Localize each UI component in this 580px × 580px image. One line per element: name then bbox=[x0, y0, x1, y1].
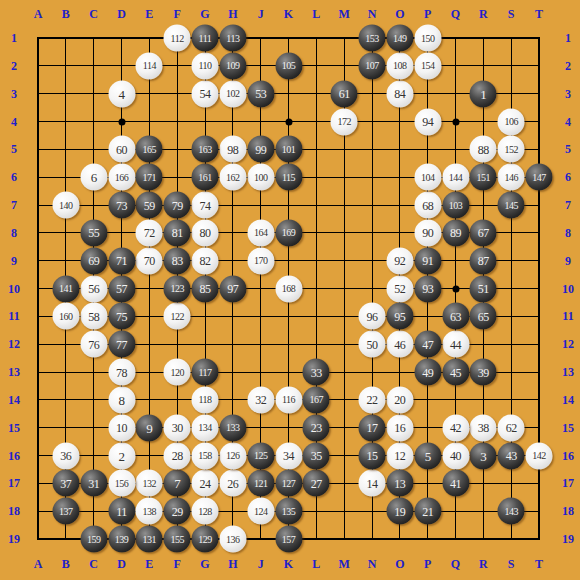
stone-N17-move-14[interactable]: 14 bbox=[359, 470, 386, 497]
stone-D14-move-8[interactable]: 8 bbox=[108, 386, 135, 413]
stone-G10-move-85[interactable]: 85 bbox=[192, 275, 219, 302]
stone-G18-move-128[interactable]: 128 bbox=[192, 498, 219, 525]
stone-G13-move-117[interactable]: 117 bbox=[192, 359, 219, 386]
move-number: 13 bbox=[394, 477, 405, 489]
stone-S6-move-146[interactable]: 146 bbox=[498, 164, 525, 191]
stone-L17-move-27[interactable]: 27 bbox=[303, 470, 330, 497]
stone-E2-move-114[interactable]: 114 bbox=[136, 52, 163, 79]
move-number: 45 bbox=[450, 366, 461, 378]
move-number: 166 bbox=[115, 172, 129, 182]
move-number: 9 bbox=[146, 421, 152, 434]
stone-G7-move-74[interactable]: 74 bbox=[192, 192, 219, 219]
stone-P8-move-90[interactable]: 90 bbox=[414, 219, 441, 246]
stone-E19-move-131[interactable]: 131 bbox=[136, 526, 163, 553]
move-number: 114 bbox=[143, 61, 156, 71]
row-label-left-3: 3 bbox=[11, 86, 17, 101]
move-number: 40 bbox=[450, 450, 461, 462]
stone-P4-move-94[interactable]: 94 bbox=[414, 108, 441, 135]
move-number: 35 bbox=[311, 450, 322, 462]
row-label-left-1: 1 bbox=[11, 31, 17, 46]
col-label-top-L: L bbox=[312, 7, 320, 22]
col-label-bottom-D: D bbox=[117, 557, 126, 572]
move-number: 127 bbox=[282, 478, 296, 488]
row-label-right-17: 17 bbox=[562, 476, 574, 491]
row-label-left-13: 13 bbox=[8, 365, 20, 380]
star-point-D4 bbox=[118, 118, 125, 125]
stone-P10-move-93[interactable]: 93 bbox=[414, 275, 441, 302]
move-number: 110 bbox=[198, 61, 211, 71]
move-number: 23 bbox=[311, 422, 322, 434]
stone-R15-move-38[interactable]: 38 bbox=[470, 414, 497, 441]
stone-G5-move-163[interactable]: 163 bbox=[192, 136, 219, 163]
move-number: 52 bbox=[394, 283, 405, 295]
row-label-left-10: 10 bbox=[8, 281, 20, 296]
move-number: 144 bbox=[449, 172, 463, 182]
move-number: 83 bbox=[172, 255, 183, 267]
stone-F10-move-123[interactable]: 123 bbox=[164, 275, 191, 302]
row-label-right-6: 6 bbox=[565, 170, 571, 185]
stone-P12-move-47[interactable]: 47 bbox=[414, 331, 441, 358]
stone-B7-move-140[interactable]: 140 bbox=[52, 192, 79, 219]
col-label-top-N: N bbox=[368, 7, 377, 22]
move-number: 143 bbox=[504, 506, 518, 516]
move-number: 84 bbox=[394, 88, 405, 100]
move-number: 24 bbox=[200, 477, 211, 489]
stone-D13-move-78[interactable]: 78 bbox=[108, 359, 135, 386]
move-number: 136 bbox=[226, 534, 240, 544]
col-label-top-G: G bbox=[200, 7, 209, 22]
col-label-bottom-L: L bbox=[312, 557, 320, 572]
stone-L15-move-23[interactable]: 23 bbox=[303, 414, 330, 441]
move-number: 90 bbox=[422, 227, 433, 239]
stone-K8-move-169[interactable]: 169 bbox=[275, 219, 302, 246]
stone-F19-move-155[interactable]: 155 bbox=[164, 526, 191, 553]
row-label-left-16: 16 bbox=[8, 448, 20, 463]
row-label-left-11: 11 bbox=[8, 309, 19, 324]
move-number: 27 bbox=[311, 477, 322, 489]
stone-F17-move-7[interactable]: 7 bbox=[164, 470, 191, 497]
stone-H2-move-109[interactable]: 109 bbox=[219, 52, 246, 79]
stone-F13-move-120[interactable]: 120 bbox=[164, 359, 191, 386]
star-point-Q10 bbox=[452, 285, 459, 292]
stone-E6-move-171[interactable]: 171 bbox=[136, 164, 163, 191]
stone-O12-move-46[interactable]: 46 bbox=[386, 331, 413, 358]
move-number: 100 bbox=[254, 172, 268, 182]
stone-D12-move-77[interactable]: 77 bbox=[108, 331, 135, 358]
row-label-right-9: 9 bbox=[565, 253, 571, 268]
stone-L16-move-35[interactable]: 35 bbox=[303, 442, 330, 469]
move-number: 89 bbox=[450, 227, 461, 239]
stone-J6-move-100[interactable]: 100 bbox=[247, 164, 274, 191]
stone-K17-move-127[interactable]: 127 bbox=[275, 470, 302, 497]
stone-S16-move-43[interactable]: 43 bbox=[498, 442, 525, 469]
move-number: 57 bbox=[116, 283, 127, 295]
move-number: 168 bbox=[282, 284, 296, 294]
stone-P13-move-49[interactable]: 49 bbox=[414, 359, 441, 386]
stone-P7-move-68[interactable]: 68 bbox=[414, 192, 441, 219]
stone-N16-move-15[interactable]: 15 bbox=[359, 442, 386, 469]
move-number: 55 bbox=[88, 227, 99, 239]
stone-H16-move-126[interactable]: 126 bbox=[219, 442, 246, 469]
stone-R8-move-67[interactable]: 67 bbox=[470, 219, 497, 246]
stone-D7-move-73[interactable]: 73 bbox=[108, 192, 135, 219]
stone-C11-move-58[interactable]: 58 bbox=[80, 303, 107, 330]
stone-D15-move-10[interactable]: 10 bbox=[108, 414, 135, 441]
stone-F16-move-28[interactable]: 28 bbox=[164, 442, 191, 469]
row-label-right-19: 19 bbox=[562, 532, 574, 547]
move-number: 113 bbox=[226, 33, 239, 43]
stone-K19-move-157[interactable]: 157 bbox=[275, 526, 302, 553]
stone-P16-move-5[interactable]: 5 bbox=[414, 442, 441, 469]
stone-O15-move-16[interactable]: 16 bbox=[386, 414, 413, 441]
move-number: 38 bbox=[478, 422, 489, 434]
stone-C12-move-76[interactable]: 76 bbox=[80, 331, 107, 358]
stone-J8-move-164[interactable]: 164 bbox=[247, 219, 274, 246]
move-number: 31 bbox=[88, 477, 99, 489]
stone-G3-move-54[interactable]: 54 bbox=[192, 80, 219, 107]
stone-D19-move-139[interactable]: 139 bbox=[108, 526, 135, 553]
stone-B10-move-141[interactable]: 141 bbox=[52, 275, 79, 302]
stone-D18-move-11[interactable]: 11 bbox=[108, 498, 135, 525]
col-label-top-C: C bbox=[89, 7, 98, 22]
stone-C8-move-55[interactable]: 55 bbox=[80, 219, 107, 246]
col-label-top-D: D bbox=[117, 7, 126, 22]
move-number: 103 bbox=[449, 200, 463, 210]
move-number: 115 bbox=[282, 172, 295, 182]
move-number: 2 bbox=[119, 449, 125, 462]
stone-M4-move-172[interactable]: 172 bbox=[331, 108, 358, 135]
stone-F8-move-81[interactable]: 81 bbox=[164, 219, 191, 246]
move-number: 151 bbox=[477, 172, 491, 182]
stone-R13-move-39[interactable]: 39 bbox=[470, 359, 497, 386]
stone-B11-move-160[interactable]: 160 bbox=[52, 303, 79, 330]
col-label-top-F: F bbox=[173, 7, 180, 22]
stone-Q17-move-41[interactable]: 41 bbox=[442, 470, 469, 497]
col-label-top-S: S bbox=[508, 7, 515, 22]
stone-Q12-move-44[interactable]: 44 bbox=[442, 331, 469, 358]
stone-F1-move-112[interactable]: 112 bbox=[164, 25, 191, 52]
row-label-right-3: 3 bbox=[565, 86, 571, 101]
stone-H6-move-162[interactable]: 162 bbox=[219, 164, 246, 191]
move-number: 37 bbox=[60, 477, 71, 489]
stone-D6-move-166[interactable]: 166 bbox=[108, 164, 135, 191]
move-number: 137 bbox=[59, 506, 73, 516]
move-number: 69 bbox=[88, 255, 99, 267]
move-number: 36 bbox=[60, 450, 71, 462]
col-label-top-Q: Q bbox=[451, 7, 460, 22]
move-number: 98 bbox=[227, 143, 238, 155]
stone-E7-move-59[interactable]: 59 bbox=[136, 192, 163, 219]
stone-R10-move-51[interactable]: 51 bbox=[470, 275, 497, 302]
col-label-top-R: R bbox=[479, 7, 488, 22]
move-number: 140 bbox=[59, 200, 73, 210]
stone-B17-move-37[interactable]: 37 bbox=[52, 470, 79, 497]
move-number: 72 bbox=[144, 227, 155, 239]
stone-O1-move-149[interactable]: 149 bbox=[386, 25, 413, 52]
move-number: 128 bbox=[198, 506, 212, 516]
stone-S4-move-106[interactable]: 106 bbox=[498, 108, 525, 135]
stone-F18-move-29[interactable]: 29 bbox=[164, 498, 191, 525]
stone-S15-move-62[interactable]: 62 bbox=[498, 414, 525, 441]
stone-H3-move-102[interactable]: 102 bbox=[219, 80, 246, 107]
move-number: 75 bbox=[116, 310, 127, 322]
stone-N2-move-107[interactable]: 107 bbox=[359, 52, 386, 79]
stone-E18-move-138[interactable]: 138 bbox=[136, 498, 163, 525]
move-number: 139 bbox=[115, 534, 129, 544]
move-number: 68 bbox=[422, 199, 433, 211]
move-number: 170 bbox=[254, 256, 268, 266]
stone-N12-move-50[interactable]: 50 bbox=[359, 331, 386, 358]
stone-C9-move-69[interactable]: 69 bbox=[80, 247, 107, 274]
stone-E8-move-72[interactable]: 72 bbox=[136, 219, 163, 246]
stone-T16-move-142[interactable]: 142 bbox=[526, 442, 553, 469]
col-label-bottom-E: E bbox=[145, 557, 153, 572]
move-number: 10 bbox=[116, 422, 127, 434]
stone-C19-move-159[interactable]: 159 bbox=[80, 526, 107, 553]
move-number: 87 bbox=[478, 255, 489, 267]
move-number: 161 bbox=[198, 172, 212, 182]
stone-O9-move-92[interactable]: 92 bbox=[386, 247, 413, 274]
move-number: 96 bbox=[367, 310, 378, 322]
stone-G19-move-129[interactable]: 129 bbox=[192, 526, 219, 553]
stone-O2-move-108[interactable]: 108 bbox=[386, 52, 413, 79]
move-number: 8 bbox=[119, 393, 125, 406]
stone-G14-move-118[interactable]: 118 bbox=[192, 386, 219, 413]
stone-D10-move-57[interactable]: 57 bbox=[108, 275, 135, 302]
stone-G1-move-111[interactable]: 111 bbox=[192, 25, 219, 52]
row-label-right-1: 1 bbox=[565, 31, 571, 46]
move-number: 67 bbox=[478, 227, 489, 239]
col-label-bottom-S: S bbox=[508, 557, 515, 572]
stone-J3-move-53[interactable]: 53 bbox=[247, 80, 274, 107]
stone-K2-move-105[interactable]: 105 bbox=[275, 52, 302, 79]
col-label-bottom-B: B bbox=[62, 557, 70, 572]
stone-T6-move-147[interactable]: 147 bbox=[526, 164, 553, 191]
stone-H5-move-98[interactable]: 98 bbox=[219, 136, 246, 163]
stone-R6-move-151[interactable]: 151 bbox=[470, 164, 497, 191]
go-board[interactable]: AABBCCDDEEFFGGHHJJKKLLMMNNOOPPQQRRSSTT11… bbox=[0, 0, 580, 580]
stone-K6-move-115[interactable]: 115 bbox=[275, 164, 302, 191]
col-label-bottom-Q: Q bbox=[451, 557, 460, 572]
move-number: 26 bbox=[227, 477, 238, 489]
stone-C17-move-31[interactable]: 31 bbox=[80, 470, 107, 497]
stone-Q7-move-103[interactable]: 103 bbox=[442, 192, 469, 219]
move-number: 60 bbox=[116, 143, 127, 155]
move-number: 49 bbox=[422, 366, 433, 378]
stone-F11-move-122[interactable]: 122 bbox=[164, 303, 191, 330]
row-label-left-5: 5 bbox=[11, 142, 17, 157]
move-number: 155 bbox=[170, 534, 184, 544]
stone-L13-move-33[interactable]: 33 bbox=[303, 359, 330, 386]
stone-H10-move-97[interactable]: 97 bbox=[219, 275, 246, 302]
stone-R3-move-1[interactable]: 1 bbox=[470, 80, 497, 107]
stone-N11-move-96[interactable]: 96 bbox=[359, 303, 386, 330]
move-number: 116 bbox=[282, 395, 295, 405]
stone-N15-move-17[interactable]: 17 bbox=[359, 414, 386, 441]
stone-F15-move-30[interactable]: 30 bbox=[164, 414, 191, 441]
row-label-left-12: 12 bbox=[8, 337, 20, 352]
col-label-top-P: P bbox=[424, 7, 431, 22]
move-number: 171 bbox=[143, 172, 157, 182]
stone-D9-move-71[interactable]: 71 bbox=[108, 247, 135, 274]
move-number: 101 bbox=[282, 144, 296, 154]
move-number: 97 bbox=[227, 283, 238, 295]
stone-J18-move-124[interactable]: 124 bbox=[247, 498, 274, 525]
move-number: 44 bbox=[450, 338, 461, 350]
stone-P9-move-91[interactable]: 91 bbox=[414, 247, 441, 274]
stone-E9-move-70[interactable]: 70 bbox=[136, 247, 163, 274]
move-number: 121 bbox=[254, 478, 268, 488]
stone-D11-move-75[interactable]: 75 bbox=[108, 303, 135, 330]
move-number: 76 bbox=[88, 338, 99, 350]
stone-H15-move-133[interactable]: 133 bbox=[219, 414, 246, 441]
move-number: 30 bbox=[172, 422, 183, 434]
stone-D16-move-2[interactable]: 2 bbox=[108, 442, 135, 469]
stone-Q15-move-42[interactable]: 42 bbox=[442, 414, 469, 441]
stone-K5-move-101[interactable]: 101 bbox=[275, 136, 302, 163]
stone-R16-move-3[interactable]: 3 bbox=[470, 442, 497, 469]
move-number: 29 bbox=[172, 505, 183, 517]
stone-K14-move-116[interactable]: 116 bbox=[275, 386, 302, 413]
stone-Q13-move-45[interactable]: 45 bbox=[442, 359, 469, 386]
stone-R11-move-65[interactable]: 65 bbox=[470, 303, 497, 330]
stone-G9-move-82[interactable]: 82 bbox=[192, 247, 219, 274]
col-label-bottom-P: P bbox=[424, 557, 431, 572]
stone-S18-move-143[interactable]: 143 bbox=[498, 498, 525, 525]
row-label-left-9: 9 bbox=[11, 253, 17, 268]
stone-O17-move-13[interactable]: 13 bbox=[386, 470, 413, 497]
move-number: 132 bbox=[143, 478, 157, 488]
stone-H1-move-113[interactable]: 113 bbox=[219, 25, 246, 52]
move-number: 50 bbox=[367, 338, 378, 350]
stone-G6-move-161[interactable]: 161 bbox=[192, 164, 219, 191]
col-label-top-A: A bbox=[34, 7, 43, 22]
move-number: 95 bbox=[394, 310, 405, 322]
stone-K10-move-168[interactable]: 168 bbox=[275, 275, 302, 302]
stone-N1-move-153[interactable]: 153 bbox=[359, 25, 386, 52]
stone-E5-move-165[interactable]: 165 bbox=[136, 136, 163, 163]
stone-M3-move-61[interactable]: 61 bbox=[331, 80, 358, 107]
move-number: 34 bbox=[283, 450, 294, 462]
stone-O3-move-84[interactable]: 84 bbox=[386, 80, 413, 107]
stone-S5-move-152[interactable]: 152 bbox=[498, 136, 525, 163]
move-number: 63 bbox=[450, 310, 461, 322]
move-number: 16 bbox=[394, 422, 405, 434]
move-number: 80 bbox=[200, 227, 211, 239]
stone-N14-move-22[interactable]: 22 bbox=[359, 386, 386, 413]
move-number: 33 bbox=[311, 366, 322, 378]
stone-D5-move-60[interactable]: 60 bbox=[108, 136, 135, 163]
move-number: 19 bbox=[394, 505, 405, 517]
stone-K18-move-135[interactable]: 135 bbox=[275, 498, 302, 525]
stone-O14-move-20[interactable]: 20 bbox=[386, 386, 413, 413]
move-number: 39 bbox=[478, 366, 489, 378]
stone-Q8-move-89[interactable]: 89 bbox=[442, 219, 469, 246]
stone-S7-move-145[interactable]: 145 bbox=[498, 192, 525, 219]
stone-D17-move-156[interactable]: 156 bbox=[108, 470, 135, 497]
move-number: 120 bbox=[170, 367, 184, 377]
row-label-left-19: 19 bbox=[8, 532, 20, 547]
stone-L14-move-167[interactable]: 167 bbox=[303, 386, 330, 413]
stone-P6-move-104[interactable]: 104 bbox=[414, 164, 441, 191]
col-label-top-O: O bbox=[395, 7, 404, 22]
stone-O11-move-95[interactable]: 95 bbox=[386, 303, 413, 330]
col-label-top-M: M bbox=[338, 7, 349, 22]
move-number: 47 bbox=[422, 338, 433, 350]
stone-H19-move-136[interactable]: 136 bbox=[219, 526, 246, 553]
stone-P1-move-150[interactable]: 150 bbox=[414, 25, 441, 52]
stone-P2-move-154[interactable]: 154 bbox=[414, 52, 441, 79]
stone-O18-move-19[interactable]: 19 bbox=[386, 498, 413, 525]
stone-G16-move-158[interactable]: 158 bbox=[192, 442, 219, 469]
star-point-K4 bbox=[285, 118, 292, 125]
move-number: 163 bbox=[198, 144, 212, 154]
move-number: 105 bbox=[282, 61, 296, 71]
move-number: 53 bbox=[255, 88, 266, 100]
row-label-left-18: 18 bbox=[8, 504, 20, 519]
stone-Q11-move-63[interactable]: 63 bbox=[442, 303, 469, 330]
stone-G17-move-24[interactable]: 24 bbox=[192, 470, 219, 497]
stone-Q6-move-144[interactable]: 144 bbox=[442, 164, 469, 191]
stone-O16-move-12[interactable]: 12 bbox=[386, 442, 413, 469]
move-number: 164 bbox=[254, 228, 268, 238]
stone-J17-move-121[interactable]: 121 bbox=[247, 470, 274, 497]
stone-F7-move-79[interactable]: 79 bbox=[164, 192, 191, 219]
stone-G2-move-110[interactable]: 110 bbox=[192, 52, 219, 79]
stone-K16-move-34[interactable]: 34 bbox=[275, 442, 302, 469]
stone-R5-move-88[interactable]: 88 bbox=[470, 136, 497, 163]
stone-F9-move-83[interactable]: 83 bbox=[164, 247, 191, 274]
stone-J9-move-170[interactable]: 170 bbox=[247, 247, 274, 274]
move-number: 79 bbox=[172, 199, 183, 211]
move-number: 141 bbox=[59, 284, 73, 294]
stone-B18-move-137[interactable]: 137 bbox=[52, 498, 79, 525]
move-number: 81 bbox=[172, 227, 183, 239]
move-number: 157 bbox=[282, 534, 296, 544]
move-number: 17 bbox=[367, 422, 378, 434]
stone-J16-move-125[interactable]: 125 bbox=[247, 442, 274, 469]
row-label-right-4: 4 bbox=[565, 114, 571, 129]
stone-G15-move-134[interactable]: 134 bbox=[192, 414, 219, 441]
stone-H17-move-26[interactable]: 26 bbox=[219, 470, 246, 497]
stone-E15-move-9[interactable]: 9 bbox=[136, 414, 163, 441]
col-label-bottom-A: A bbox=[34, 557, 43, 572]
stone-C10-move-56[interactable]: 56 bbox=[80, 275, 107, 302]
row-label-left-15: 15 bbox=[8, 420, 20, 435]
stone-R9-move-87[interactable]: 87 bbox=[470, 247, 497, 274]
move-number: 162 bbox=[226, 172, 240, 182]
move-number: 5 bbox=[425, 449, 431, 462]
stone-C6-move-6[interactable]: 6 bbox=[80, 164, 107, 191]
stone-B16-move-36[interactable]: 36 bbox=[52, 442, 79, 469]
move-number: 1 bbox=[480, 87, 486, 100]
move-number: 158 bbox=[198, 451, 212, 461]
stone-G8-move-80[interactable]: 80 bbox=[192, 219, 219, 246]
col-label-bottom-N: N bbox=[368, 557, 377, 572]
stone-D3-move-4[interactable]: 4 bbox=[108, 80, 135, 107]
col-label-top-H: H bbox=[228, 7, 237, 22]
stone-O10-move-52[interactable]: 52 bbox=[386, 275, 413, 302]
move-number: 91 bbox=[422, 255, 433, 267]
stone-P18-move-21[interactable]: 21 bbox=[414, 498, 441, 525]
move-number: 147 bbox=[532, 172, 546, 182]
stone-J14-move-32[interactable]: 32 bbox=[247, 386, 274, 413]
move-number: 118 bbox=[198, 395, 211, 405]
stone-J5-move-99[interactable]: 99 bbox=[247, 136, 274, 163]
move-number: 131 bbox=[143, 534, 157, 544]
stone-E17-move-132[interactable]: 132 bbox=[136, 470, 163, 497]
stone-Q16-move-40[interactable]: 40 bbox=[442, 442, 469, 469]
